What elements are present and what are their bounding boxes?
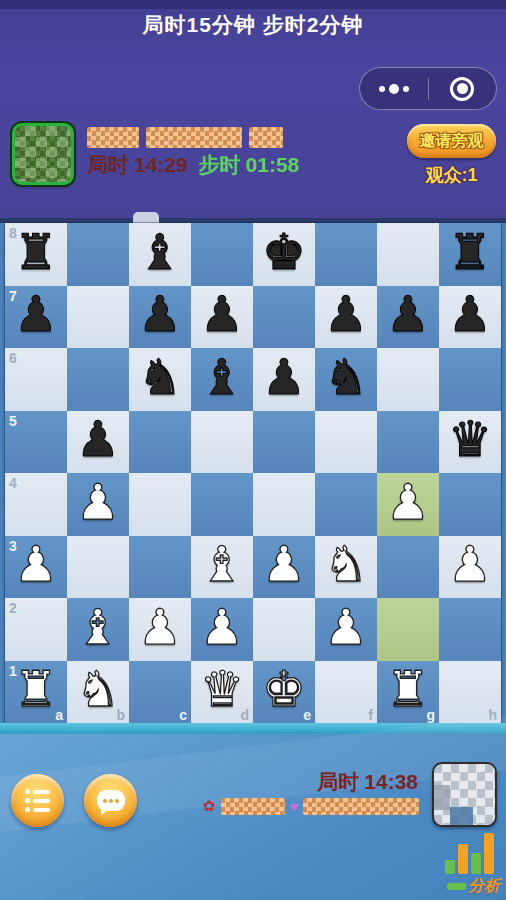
opponent-game-clock: 14:29 [134, 153, 188, 176]
black-bishop: ♝ [129, 221, 191, 284]
bar-chart-icon [428, 833, 500, 874]
square-f6[interactable]: ♞ [315, 348, 377, 411]
square-c3[interactable] [129, 536, 191, 599]
app-screen: 局时15分钟 步时2分钟 局时14:29 步时01:58 邀请旁观 观众:1 8… [0, 0, 506, 900]
invite-spectate-button[interactable]: 邀请旁观 [407, 124, 496, 158]
chat-button[interactable] [84, 774, 137, 827]
player-avatar [432, 762, 497, 827]
black-pawn: ♟ [5, 284, 67, 347]
viewer-count: 观众:1 [407, 163, 496, 187]
square-d7[interactable]: ♟ [191, 286, 253, 349]
heart-icon: ♥ [290, 798, 299, 815]
more-icon [379, 86, 385, 92]
square-b8[interactable] [67, 223, 129, 286]
square-g4[interactable]: ♟ [377, 473, 439, 536]
status-bar [0, 0, 506, 9]
player-game-clock: 14:38 [364, 770, 418, 793]
square-d3[interactable]: ♝ [191, 536, 253, 599]
rose-icon: ✿ [203, 797, 216, 815]
square-f7[interactable]: ♟ [315, 286, 377, 349]
white-king: ♚ [253, 659, 315, 722]
square-h7[interactable]: ♟ [439, 286, 501, 349]
white-pawn: ♟ [253, 534, 315, 597]
white-bishop: ♝ [67, 596, 129, 659]
square-b3[interactable] [67, 536, 129, 599]
square-f1[interactable]: f [315, 661, 377, 724]
square-f4[interactable] [315, 473, 377, 536]
square-a4[interactable]: 4 [5, 473, 67, 536]
opponent-game-clock-label: 局时 [87, 153, 129, 176]
square-c8[interactable]: ♝ [129, 223, 191, 286]
square-f5[interactable] [315, 411, 377, 474]
black-pawn: ♟ [67, 409, 129, 472]
white-pawn: ♟ [5, 534, 67, 597]
file-label: c [179, 707, 187, 723]
square-f3[interactable]: ♞ [315, 536, 377, 599]
white-pawn: ♟ [191, 596, 253, 659]
square-d8[interactable] [191, 223, 253, 286]
white-queen: ♛ [191, 659, 253, 722]
chat-bubble-icon [97, 790, 125, 811]
black-rook: ♜ [439, 221, 501, 284]
opponent-move-clock: 01:58 [246, 153, 300, 176]
black-bishop: ♝ [191, 346, 253, 409]
square-a2[interactable]: 2 [5, 598, 67, 661]
square-h8[interactable]: ♜ [439, 223, 501, 286]
black-pawn: ♟ [439, 284, 501, 347]
square-g7[interactable]: ♟ [377, 286, 439, 349]
menu-button[interactable] [11, 774, 64, 827]
square-a6[interactable]: 6 [5, 348, 67, 411]
square-e3[interactable]: ♟ [253, 536, 315, 599]
square-b6[interactable] [67, 348, 129, 411]
black-pawn: ♟ [129, 284, 191, 347]
menu-list-icon [25, 789, 30, 794]
square-b2[interactable]: ♝ [67, 598, 129, 661]
target-circle-icon [450, 77, 474, 101]
exit-target-button[interactable] [429, 68, 497, 109]
black-knight: ♞ [315, 346, 377, 409]
square-g3[interactable] [377, 536, 439, 599]
square-c4[interactable] [129, 473, 191, 536]
square-c7[interactable]: ♟ [129, 286, 191, 349]
square-e8[interactable]: ♚ [253, 223, 315, 286]
black-king: ♚ [253, 221, 315, 284]
square-a5[interactable]: 5 [5, 411, 67, 474]
square-c6[interactable]: ♞ [129, 348, 191, 411]
square-g6[interactable] [377, 348, 439, 411]
rank-label: 6 [9, 350, 17, 366]
analysis-label: 分析 [468, 876, 500, 897]
page-title: 局时15分钟 步时2分钟 [0, 11, 506, 39]
opponent-avatar [12, 123, 74, 185]
square-a7[interactable]: 7♟ [5, 286, 67, 349]
square-b7[interactable] [67, 286, 129, 349]
square-d4[interactable] [191, 473, 253, 536]
square-h1[interactable]: h [439, 661, 501, 724]
player-clock: 局时14:38 [312, 768, 418, 796]
square-c1[interactable]: c [129, 661, 191, 724]
square-d5[interactable] [191, 411, 253, 474]
square-h3[interactable]: ♟ [439, 536, 501, 599]
black-pawn: ♟ [253, 346, 315, 409]
chess-board: 8♜♝♚♜7♟♟♟♟♟♟6♞♝♟♞5♟♛4♟♟3♟♝♟♞♟2♝♟♟♟1a♜b♞c… [5, 223, 501, 723]
square-e5[interactable] [253, 411, 315, 474]
square-b5[interactable]: ♟ [67, 411, 129, 474]
square-g5[interactable] [377, 411, 439, 474]
square-d1[interactable]: d♛ [191, 661, 253, 724]
square-e6[interactable]: ♟ [253, 348, 315, 411]
square-d6[interactable]: ♝ [191, 348, 253, 411]
square-c2[interactable]: ♟ [129, 598, 191, 661]
square-a8[interactable]: 8♜ [5, 223, 67, 286]
square-h2[interactable] [439, 598, 501, 661]
square-e4[interactable] [253, 473, 315, 536]
square-e7[interactable] [253, 286, 315, 349]
square-h4[interactable] [439, 473, 501, 536]
square-a1[interactable]: 1a♜ [5, 661, 67, 724]
square-e1[interactable]: e♚ [253, 661, 315, 724]
white-knight: ♞ [67, 659, 129, 722]
square-f2[interactable]: ♟ [315, 598, 377, 661]
opponent-name-blurred [87, 127, 283, 148]
black-rook: ♜ [5, 221, 67, 284]
square-g2[interactable] [377, 598, 439, 661]
white-pawn: ♟ [67, 471, 129, 534]
square-b1[interactable]: b♞ [67, 661, 129, 724]
square-c5[interactable] [129, 411, 191, 474]
more-button[interactable] [360, 68, 428, 109]
square-h5[interactable]: ♛ [439, 411, 501, 474]
miniprogram-capsule [359, 67, 497, 110]
square-h6[interactable] [439, 348, 501, 411]
rank-label: 4 [9, 475, 17, 491]
white-rook: ♜ [5, 659, 67, 722]
white-pawn: ♟ [129, 596, 191, 659]
white-pawn: ♟ [439, 534, 501, 597]
square-e2[interactable] [253, 598, 315, 661]
black-queen: ♛ [439, 409, 501, 472]
square-d2[interactable]: ♟ [191, 598, 253, 661]
square-f8[interactable] [315, 223, 377, 286]
file-label: f [368, 707, 373, 723]
player-name-blurred: ✿ ♥ [203, 797, 419, 815]
opponent-clocks: 局时14:29 步时01:58 [87, 151, 304, 179]
rank-label: 5 [9, 413, 17, 429]
black-pawn: ♟ [377, 284, 439, 347]
white-pawn: ♟ [377, 471, 439, 534]
square-a3[interactable]: 3♟ [5, 536, 67, 599]
rank-label: 2 [9, 600, 17, 616]
square-b4[interactable]: ♟ [67, 473, 129, 536]
black-pawn: ♟ [191, 284, 253, 347]
opponent-move-clock-label: 步时 [199, 153, 241, 176]
white-bishop: ♝ [191, 534, 253, 597]
analysis-button[interactable]: 分析 [428, 833, 500, 897]
square-g1[interactable]: g♜ [377, 661, 439, 724]
white-rook: ♜ [377, 659, 439, 722]
white-pawn: ♟ [315, 596, 377, 659]
black-pawn: ♟ [315, 284, 377, 347]
player-game-clock-label: 局时 [317, 770, 359, 793]
white-knight: ♞ [315, 534, 377, 597]
square-g8[interactable] [377, 223, 439, 286]
black-knight: ♞ [129, 346, 191, 409]
